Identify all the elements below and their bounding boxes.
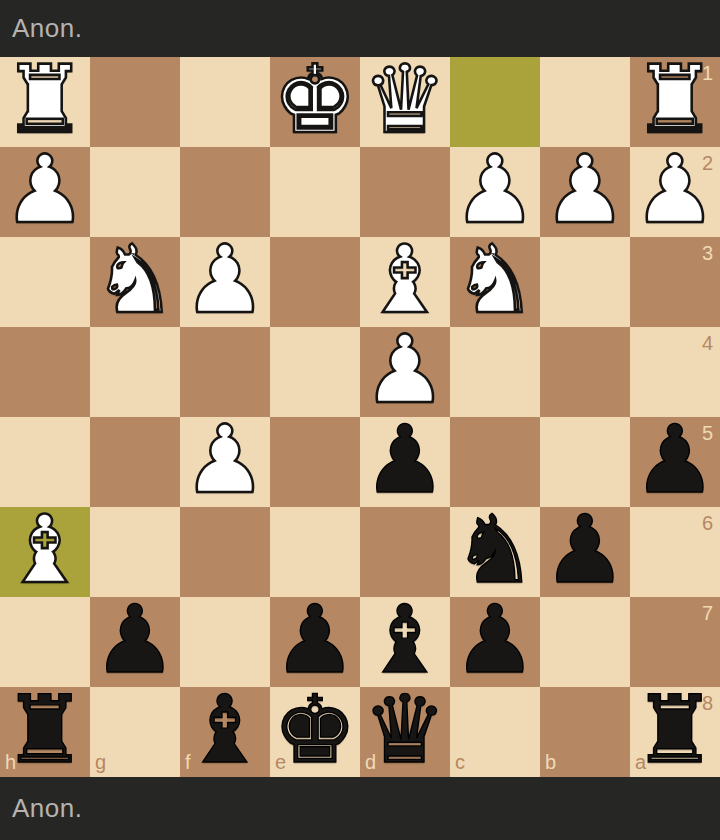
white-queen[interactable]: ♛ xyxy=(363,53,447,147)
black-knight[interactable]: ♞ xyxy=(453,503,537,597)
white-pawn[interactable]: ♟ xyxy=(363,323,447,417)
white-bishop[interactable]: ♝ xyxy=(3,503,87,597)
square-h8[interactable]: ♜h xyxy=(0,687,90,777)
black-pawn[interactable]: ♟ xyxy=(543,503,627,597)
square-f2[interactable] xyxy=(180,147,270,237)
square-a7[interactable]: 7 xyxy=(630,597,720,687)
square-g2[interactable] xyxy=(90,147,180,237)
square-a6[interactable]: 6 xyxy=(630,507,720,597)
rank-label-4: 4 xyxy=(702,333,713,353)
rank-label-7: 7 xyxy=(702,603,713,623)
white-pawn[interactable]: ♟ xyxy=(453,143,537,237)
square-a5[interactable]: ♟5 xyxy=(630,417,720,507)
square-d5[interactable]: ♟ xyxy=(360,417,450,507)
square-a2[interactable]: ♟2 xyxy=(630,147,720,237)
square-b4[interactable] xyxy=(540,327,630,417)
white-rook[interactable]: ♜ xyxy=(3,53,87,147)
square-d1[interactable]: ♛ xyxy=(360,57,450,147)
square-h7[interactable] xyxy=(0,597,90,687)
square-f7[interactable] xyxy=(180,597,270,687)
square-b3[interactable] xyxy=(540,237,630,327)
square-e5[interactable] xyxy=(270,417,360,507)
square-f1[interactable] xyxy=(180,57,270,147)
file-label-d: d xyxy=(365,752,376,772)
square-d8[interactable]: ♛d xyxy=(360,687,450,777)
square-h3[interactable] xyxy=(0,237,90,327)
square-b7[interactable] xyxy=(540,597,630,687)
file-label-f: f xyxy=(185,752,191,772)
file-label-a: a xyxy=(635,752,646,772)
square-a3[interactable]: 3 xyxy=(630,237,720,327)
square-f4[interactable] xyxy=(180,327,270,417)
square-c7[interactable]: ♟ xyxy=(450,597,540,687)
square-h6[interactable]: ♝ xyxy=(0,507,90,597)
square-c2[interactable]: ♟ xyxy=(450,147,540,237)
square-f5[interactable]: ♟ xyxy=(180,417,270,507)
square-b6[interactable]: ♟ xyxy=(540,507,630,597)
square-c8[interactable]: c xyxy=(450,687,540,777)
top-player-bar: Anon. xyxy=(0,0,720,57)
white-pawn[interactable]: ♟ xyxy=(183,413,267,507)
square-c1[interactable] xyxy=(450,57,540,147)
square-a8[interactable]: ♜8a xyxy=(630,687,720,777)
square-h2[interactable]: ♟ xyxy=(0,147,90,237)
black-pawn[interactable]: ♟ xyxy=(363,413,447,507)
square-g7[interactable]: ♟ xyxy=(90,597,180,687)
square-c3[interactable]: ♞ xyxy=(450,237,540,327)
square-f6[interactable] xyxy=(180,507,270,597)
square-b1[interactable] xyxy=(540,57,630,147)
white-bishop[interactable]: ♝ xyxy=(363,233,447,327)
rank-label-5: 5 xyxy=(702,423,713,443)
white-knight[interactable]: ♞ xyxy=(93,233,177,327)
white-pawn[interactable]: ♟ xyxy=(3,143,87,237)
square-g1[interactable] xyxy=(90,57,180,147)
black-pawn[interactable]: ♟ xyxy=(93,593,177,687)
white-pawn[interactable]: ♟ xyxy=(543,143,627,237)
black-bishop[interactable]: ♝ xyxy=(183,683,267,777)
bottom-player-bar: Anon. xyxy=(0,777,720,840)
square-e1[interactable]: ♚ xyxy=(270,57,360,147)
file-label-c: c xyxy=(455,752,465,772)
white-king[interactable]: ♚ xyxy=(273,53,357,147)
bottom-player-name: Anon. xyxy=(12,793,82,824)
file-label-e: e xyxy=(275,752,286,772)
black-bishop[interactable]: ♝ xyxy=(363,593,447,687)
square-d4[interactable]: ♟ xyxy=(360,327,450,417)
rank-label-2: 2 xyxy=(702,153,713,173)
square-d2[interactable] xyxy=(360,147,450,237)
square-c4[interactable] xyxy=(450,327,540,417)
square-d7[interactable]: ♝ xyxy=(360,597,450,687)
rank-label-3: 3 xyxy=(702,243,713,263)
square-e2[interactable] xyxy=(270,147,360,237)
square-a4[interactable]: 4 xyxy=(630,327,720,417)
file-label-g: g xyxy=(95,752,106,772)
square-f8[interactable]: ♝f xyxy=(180,687,270,777)
square-e8[interactable]: ♚e xyxy=(270,687,360,777)
chess-board: ♜♚♛♜1♟♟♟♟2♞♟♝♞3♟4♟♟♟5♝♞♟6♟♟♝♟7♜hg♝f♚e♛dc… xyxy=(0,57,720,777)
square-e7[interactable]: ♟ xyxy=(270,597,360,687)
rank-label-1: 1 xyxy=(702,63,713,83)
rank-label-8: 8 xyxy=(702,693,713,713)
square-h1[interactable]: ♜ xyxy=(0,57,90,147)
square-h5[interactable] xyxy=(0,417,90,507)
square-e3[interactable] xyxy=(270,237,360,327)
square-b2[interactable]: ♟ xyxy=(540,147,630,237)
square-d6[interactable] xyxy=(360,507,450,597)
square-e6[interactable] xyxy=(270,507,360,597)
square-b5[interactable] xyxy=(540,417,630,507)
black-pawn[interactable]: ♟ xyxy=(273,593,357,687)
square-g3[interactable]: ♞ xyxy=(90,237,180,327)
square-f3[interactable]: ♟ xyxy=(180,237,270,327)
white-pawn[interactable]: ♟ xyxy=(183,233,267,327)
square-a1[interactable]: ♜1 xyxy=(630,57,720,147)
file-label-h: h xyxy=(5,752,16,772)
square-h4[interactable] xyxy=(0,327,90,417)
square-e4[interactable] xyxy=(270,327,360,417)
black-pawn[interactable]: ♟ xyxy=(453,593,537,687)
rank-label-6: 6 xyxy=(702,513,713,533)
file-label-b: b xyxy=(545,752,556,772)
square-g5[interactable] xyxy=(90,417,180,507)
square-g6[interactable] xyxy=(90,507,180,597)
square-g4[interactable] xyxy=(90,327,180,417)
square-d3[interactable]: ♝ xyxy=(360,237,450,327)
square-c5[interactable] xyxy=(450,417,540,507)
square-c6[interactable]: ♞ xyxy=(450,507,540,597)
square-g8[interactable]: g xyxy=(90,687,180,777)
top-player-name: Anon. xyxy=(12,13,82,44)
white-knight[interactable]: ♞ xyxy=(453,233,537,327)
square-b8[interactable]: b xyxy=(540,687,630,777)
